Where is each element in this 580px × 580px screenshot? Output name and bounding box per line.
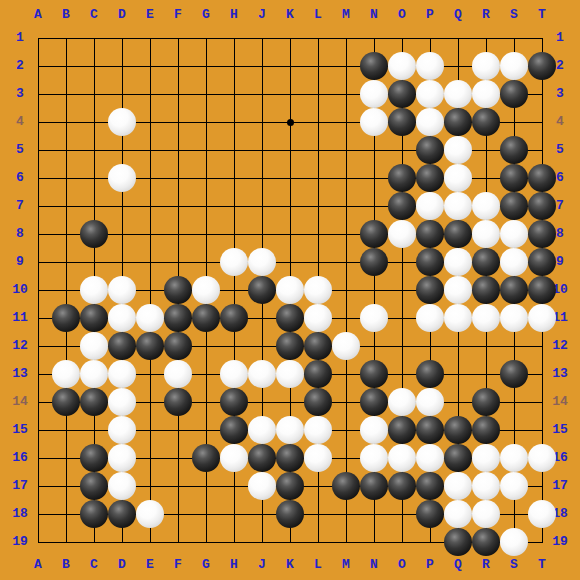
stone-black-C17 <box>80 472 108 500</box>
col-label-bottom-F: F <box>164 557 192 573</box>
col-label-top-D: D <box>108 7 136 23</box>
stone-white-B13 <box>52 360 80 388</box>
stone-black-C11 <box>80 304 108 332</box>
col-label-bottom-P: P <box>416 557 444 573</box>
row-label-left-15: 15 <box>6 422 34 438</box>
stone-white-E18 <box>136 500 164 528</box>
stone-black-Q15 <box>444 416 472 444</box>
stone-white-C13 <box>80 360 108 388</box>
row-label-left-17: 17 <box>6 478 34 494</box>
stone-black-O7 <box>388 192 416 220</box>
stone-white-L11 <box>304 304 332 332</box>
stone-black-R9 <box>472 248 500 276</box>
stone-black-P18 <box>416 500 444 528</box>
col-label-bottom-G: G <box>192 557 220 573</box>
row-label-left-14: 14 <box>6 394 34 410</box>
col-label-top-J: J <box>248 7 276 23</box>
stone-white-T11 <box>528 304 556 332</box>
stone-black-F12 <box>164 332 192 360</box>
col-label-bottom-D: D <box>108 557 136 573</box>
row-label-left-4: 4 <box>6 114 34 130</box>
stone-white-O2 <box>388 52 416 80</box>
stone-black-C8 <box>80 220 108 248</box>
stone-black-C18 <box>80 500 108 528</box>
stone-white-J15 <box>248 416 276 444</box>
col-label-bottom-H: H <box>220 557 248 573</box>
stone-black-H15 <box>220 416 248 444</box>
col-label-bottom-J: J <box>248 557 276 573</box>
col-label-bottom-M: M <box>332 557 360 573</box>
stone-white-R16 <box>472 444 500 472</box>
go-board[interactable]: AABBCCDDEEFFGGHHJJKKLLMMNNOOPPQQRRSSTT11… <box>0 0 580 580</box>
stone-black-L14 <box>304 388 332 416</box>
col-label-top-E: E <box>136 7 164 23</box>
row-label-left-1: 1 <box>6 30 34 46</box>
stone-white-R17 <box>472 472 500 500</box>
stone-white-Q17 <box>444 472 472 500</box>
col-label-top-G: G <box>192 7 220 23</box>
stone-white-R18 <box>472 500 500 528</box>
stone-white-H13 <box>220 360 248 388</box>
stone-white-S8 <box>500 220 528 248</box>
stone-white-P16 <box>416 444 444 472</box>
row-label-right-3: 3 <box>546 86 574 102</box>
stone-white-O16 <box>388 444 416 472</box>
stone-black-N14 <box>360 388 388 416</box>
stone-white-R8 <box>472 220 500 248</box>
row-label-left-7: 7 <box>6 198 34 214</box>
stone-white-S17 <box>500 472 528 500</box>
stone-black-S13 <box>500 360 528 388</box>
stone-black-N13 <box>360 360 388 388</box>
stone-white-C10 <box>80 276 108 304</box>
stone-black-O15 <box>388 416 416 444</box>
stone-white-D6 <box>108 164 136 192</box>
stone-black-O3 <box>388 80 416 108</box>
row-label-left-12: 12 <box>6 338 34 354</box>
stone-black-F11 <box>164 304 192 332</box>
stone-white-P11 <box>416 304 444 332</box>
col-label-top-B: B <box>52 7 80 23</box>
stone-black-S10 <box>500 276 528 304</box>
stone-white-K15 <box>276 416 304 444</box>
stone-black-B11 <box>52 304 80 332</box>
stone-black-F14 <box>164 388 192 416</box>
stone-white-D11 <box>108 304 136 332</box>
stone-white-P4 <box>416 108 444 136</box>
row-label-left-8: 8 <box>6 226 34 242</box>
stone-white-T16 <box>528 444 556 472</box>
stone-black-S7 <box>500 192 528 220</box>
stone-white-N15 <box>360 416 388 444</box>
stone-white-S16 <box>500 444 528 472</box>
stone-black-R10 <box>472 276 500 304</box>
stone-black-R14 <box>472 388 500 416</box>
stone-white-S19 <box>500 528 528 556</box>
stone-white-R3 <box>472 80 500 108</box>
stone-black-R4 <box>472 108 500 136</box>
row-label-right-15: 15 <box>546 422 574 438</box>
stone-white-K10 <box>276 276 304 304</box>
stone-black-H14 <box>220 388 248 416</box>
stone-white-O14 <box>388 388 416 416</box>
stone-white-G10 <box>192 276 220 304</box>
col-label-top-P: P <box>416 7 444 23</box>
row-label-left-10: 10 <box>6 282 34 298</box>
col-label-bottom-E: E <box>136 557 164 573</box>
row-label-right-1: 1 <box>546 30 574 46</box>
stone-white-J13 <box>248 360 276 388</box>
col-label-top-C: C <box>80 7 108 23</box>
stone-black-D12 <box>108 332 136 360</box>
stone-white-H9 <box>220 248 248 276</box>
stone-black-L12 <box>304 332 332 360</box>
stone-black-N17 <box>360 472 388 500</box>
col-label-bottom-N: N <box>360 557 388 573</box>
stone-white-D13 <box>108 360 136 388</box>
stone-white-Q6 <box>444 164 472 192</box>
stone-white-S2 <box>500 52 528 80</box>
stone-black-Q16 <box>444 444 472 472</box>
stone-black-P9 <box>416 248 444 276</box>
row-label-right-17: 17 <box>546 478 574 494</box>
stone-black-D18 <box>108 500 136 528</box>
stone-white-Q11 <box>444 304 472 332</box>
col-label-top-A: A <box>24 7 52 23</box>
stone-white-H16 <box>220 444 248 472</box>
stone-black-P8 <box>416 220 444 248</box>
stone-black-Q4 <box>444 108 472 136</box>
col-label-top-F: F <box>164 7 192 23</box>
stone-white-O8 <box>388 220 416 248</box>
row-label-left-2: 2 <box>6 58 34 74</box>
row-label-right-14: 14 <box>546 394 574 410</box>
stone-white-P3 <box>416 80 444 108</box>
stone-white-R7 <box>472 192 500 220</box>
stone-white-E11 <box>136 304 164 332</box>
col-label-bottom-S: S <box>500 557 528 573</box>
stone-black-P15 <box>416 416 444 444</box>
row-label-left-9: 9 <box>6 254 34 270</box>
col-label-top-H: H <box>220 7 248 23</box>
col-label-bottom-B: B <box>52 557 80 573</box>
stone-white-L16 <box>304 444 332 472</box>
stone-black-T8 <box>528 220 556 248</box>
stone-white-Q5 <box>444 136 472 164</box>
stone-black-N2 <box>360 52 388 80</box>
stone-white-J17 <box>248 472 276 500</box>
stone-black-O4 <box>388 108 416 136</box>
stone-black-P10 <box>416 276 444 304</box>
stone-black-P6 <box>416 164 444 192</box>
stone-white-S11 <box>500 304 528 332</box>
row-label-right-13: 13 <box>546 366 574 382</box>
col-label-top-Q: Q <box>444 7 472 23</box>
stone-white-J9 <box>248 248 276 276</box>
stone-white-D14 <box>108 388 136 416</box>
stone-black-O17 <box>388 472 416 500</box>
row-label-left-11: 11 <box>6 310 34 326</box>
stone-black-T6 <box>528 164 556 192</box>
stone-black-K18 <box>276 500 304 528</box>
stone-black-K17 <box>276 472 304 500</box>
stone-black-Q19 <box>444 528 472 556</box>
stone-white-Q3 <box>444 80 472 108</box>
stone-white-K13 <box>276 360 304 388</box>
stone-black-K12 <box>276 332 304 360</box>
stone-black-C14 <box>80 388 108 416</box>
row-label-right-12: 12 <box>546 338 574 354</box>
stone-white-P7 <box>416 192 444 220</box>
stone-white-D17 <box>108 472 136 500</box>
row-label-left-13: 13 <box>6 366 34 382</box>
col-label-top-M: M <box>332 7 360 23</box>
stone-white-L10 <box>304 276 332 304</box>
stone-black-L13 <box>304 360 332 388</box>
stone-black-K11 <box>276 304 304 332</box>
col-label-top-R: R <box>472 7 500 23</box>
stone-black-M17 <box>332 472 360 500</box>
stone-black-H11 <box>220 304 248 332</box>
stone-black-T7 <box>528 192 556 220</box>
col-label-bottom-L: L <box>304 557 332 573</box>
row-label-left-5: 5 <box>6 142 34 158</box>
col-label-bottom-C: C <box>80 557 108 573</box>
stone-white-R2 <box>472 52 500 80</box>
col-label-bottom-K: K <box>276 557 304 573</box>
stone-black-G16 <box>192 444 220 472</box>
stone-black-N9 <box>360 248 388 276</box>
stone-white-P14 <box>416 388 444 416</box>
stone-white-Q18 <box>444 500 472 528</box>
stone-black-J16 <box>248 444 276 472</box>
stone-black-P13 <box>416 360 444 388</box>
stone-black-P17 <box>416 472 444 500</box>
stone-black-J10 <box>248 276 276 304</box>
stone-white-M12 <box>332 332 360 360</box>
col-label-top-N: N <box>360 7 388 23</box>
stone-black-S5 <box>500 136 528 164</box>
stone-black-R19 <box>472 528 500 556</box>
stone-white-Q7 <box>444 192 472 220</box>
stone-white-P2 <box>416 52 444 80</box>
stone-black-B14 <box>52 388 80 416</box>
stone-black-T10 <box>528 276 556 304</box>
stone-white-Q9 <box>444 248 472 276</box>
row-label-left-6: 6 <box>6 170 34 186</box>
stone-black-O6 <box>388 164 416 192</box>
grid-line-vertical-M <box>346 38 347 543</box>
col-label-top-T: T <box>528 7 556 23</box>
stone-white-N11 <box>360 304 388 332</box>
col-label-bottom-T: T <box>528 557 556 573</box>
stone-black-T2 <box>528 52 556 80</box>
stone-white-C12 <box>80 332 108 360</box>
col-label-top-K: K <box>276 7 304 23</box>
row-label-left-18: 18 <box>6 506 34 522</box>
col-label-top-O: O <box>388 7 416 23</box>
stone-black-E12 <box>136 332 164 360</box>
stone-white-S9 <box>500 248 528 276</box>
stone-black-G11 <box>192 304 220 332</box>
stone-white-N16 <box>360 444 388 472</box>
stone-black-S6 <box>500 164 528 192</box>
col-label-bottom-Q: Q <box>444 557 472 573</box>
stone-black-R15 <box>472 416 500 444</box>
stone-white-Q10 <box>444 276 472 304</box>
col-label-bottom-A: A <box>24 557 52 573</box>
row-label-right-5: 5 <box>546 142 574 158</box>
col-label-top-L: L <box>304 7 332 23</box>
star-point-K4 <box>287 119 294 126</box>
stone-black-P5 <box>416 136 444 164</box>
stone-black-N8 <box>360 220 388 248</box>
stone-white-D15 <box>108 416 136 444</box>
col-label-top-S: S <box>500 7 528 23</box>
stone-white-D16 <box>108 444 136 472</box>
row-label-left-19: 19 <box>6 534 34 550</box>
row-label-right-4: 4 <box>546 114 574 130</box>
row-label-left-16: 16 <box>6 450 34 466</box>
stone-white-R11 <box>472 304 500 332</box>
stone-white-L15 <box>304 416 332 444</box>
stone-white-F13 <box>164 360 192 388</box>
stone-black-C16 <box>80 444 108 472</box>
stone-black-S3 <box>500 80 528 108</box>
stone-white-T18 <box>528 500 556 528</box>
stone-black-Q8 <box>444 220 472 248</box>
stone-black-F10 <box>164 276 192 304</box>
col-label-bottom-O: O <box>388 557 416 573</box>
stone-white-D10 <box>108 276 136 304</box>
stone-black-T9 <box>528 248 556 276</box>
stone-white-N4 <box>360 108 388 136</box>
stone-white-D4 <box>108 108 136 136</box>
stone-black-K16 <box>276 444 304 472</box>
row-label-right-19: 19 <box>546 534 574 550</box>
col-label-bottom-R: R <box>472 557 500 573</box>
stone-white-N3 <box>360 80 388 108</box>
row-label-left-3: 3 <box>6 86 34 102</box>
